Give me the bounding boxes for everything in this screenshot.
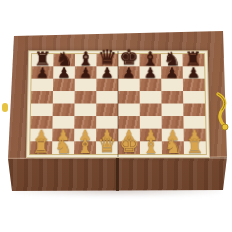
square-e4[interactable] (118, 104, 140, 117)
square-b4[interactable] (53, 104, 75, 117)
white-queen[interactable]: ♛ (96, 134, 118, 156)
square-b7[interactable]: ♟ (53, 66, 75, 78)
square-g1[interactable]: ♞ (162, 141, 184, 154)
hinge-seam-front (116, 156, 119, 191)
white-bishop[interactable]: ♝ (140, 136, 162, 156)
latch-pin-icon (2, 103, 8, 112)
white-rook[interactable]: ♜ (30, 136, 52, 156)
white-king[interactable]: ♚ (118, 134, 140, 156)
square-g7[interactable]: ♟ (161, 66, 183, 78)
brass-clasp-icon (212, 92, 230, 134)
square-d4[interactable] (96, 104, 118, 117)
square-d6[interactable] (96, 79, 118, 91)
square-g5[interactable] (161, 91, 183, 103)
square-d7[interactable]: ♟ (96, 66, 118, 78)
white-bishop[interactable]: ♝ (74, 136, 96, 156)
square-f1[interactable]: ♝ (140, 141, 162, 154)
square-c7[interactable]: ♟ (75, 66, 97, 78)
square-e1[interactable]: ♚ (118, 141, 140, 154)
chess-set-photo: ♜♞♝♛♚♝♞♜♟♟♟♟♟♟♟♟♟♟♟♟♟♟♟♟♜♞♝♛♚♝♞♜ (0, 0, 232, 232)
square-h4[interactable] (183, 104, 205, 117)
square-h7[interactable]: ♟ (183, 66, 205, 78)
square-b1[interactable]: ♞ (52, 141, 74, 154)
square-g6[interactable] (161, 79, 183, 91)
square-a7[interactable]: ♟ (32, 66, 54, 78)
square-d5[interactable] (96, 91, 118, 103)
square-b6[interactable] (53, 79, 75, 91)
chess-board: ♜♞♝♛♚♝♞♜♟♟♟♟♟♟♟♟♟♟♟♟♟♟♟♟♜♞♝♛♚♝♞♜ (26, 50, 210, 158)
square-e7[interactable]: ♟ (118, 66, 140, 78)
white-knight[interactable]: ♞ (162, 136, 184, 156)
square-h6[interactable] (183, 79, 205, 91)
square-c1[interactable]: ♝ (74, 141, 96, 154)
white-rook[interactable]: ♜ (184, 136, 206, 156)
square-a4[interactable] (31, 104, 53, 117)
square-b5[interactable] (53, 91, 75, 103)
white-knight[interactable]: ♞ (52, 136, 74, 156)
square-a1[interactable]: ♜ (30, 141, 52, 154)
square-f7[interactable]: ♟ (140, 66, 162, 78)
square-g4[interactable] (161, 104, 183, 117)
square-e6[interactable] (118, 79, 140, 91)
square-c5[interactable] (75, 91, 97, 103)
square-a6[interactable] (31, 79, 53, 91)
square-c6[interactable] (75, 79, 97, 91)
square-f4[interactable] (140, 104, 162, 117)
square-e5[interactable] (118, 91, 140, 103)
fold-seam (117, 51, 119, 157)
square-h1[interactable]: ♜ (184, 141, 206, 154)
square-h5[interactable] (183, 91, 205, 103)
square-a5[interactable] (31, 91, 53, 103)
square-f6[interactable] (140, 79, 162, 91)
square-c4[interactable] (74, 104, 96, 117)
square-d1[interactable]: ♛ (96, 141, 118, 154)
square-f5[interactable] (140, 91, 162, 103)
